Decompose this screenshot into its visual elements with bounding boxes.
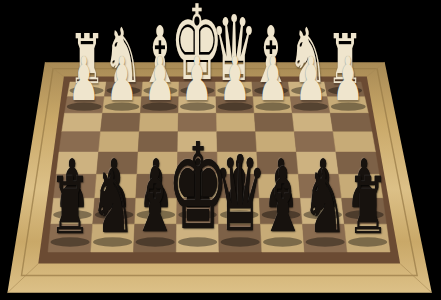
rook-glyph: ♜	[50, 167, 91, 246]
pawn-glyph: ♟	[295, 50, 326, 110]
pawn-glyph: ♟	[144, 50, 175, 110]
bishop-glyph: ♝	[132, 157, 178, 246]
pawn-glyph: ♟	[182, 50, 213, 110]
piece-black-rook-h8[interactable]: ♜	[70, 243, 140, 300]
rook-glyph: ♜	[347, 167, 388, 246]
pawn-glyph: ♟	[106, 50, 137, 110]
knight-glyph: ♞	[302, 159, 347, 246]
knight-glyph: ♞	[90, 159, 135, 246]
pawn-glyph: ♟	[333, 50, 364, 110]
photo-stage: ♜♞♝♛♚♝♞♜♟♟♟♟♟♟♟♟♟♟♟♟♟♟♟♟♜♞♝♛♚♝♞♜	[0, 0, 441, 300]
pawn-glyph: ♟	[257, 50, 288, 110]
pawn-glyph: ♟	[219, 50, 250, 110]
pawn-glyph: ♟	[68, 50, 99, 110]
